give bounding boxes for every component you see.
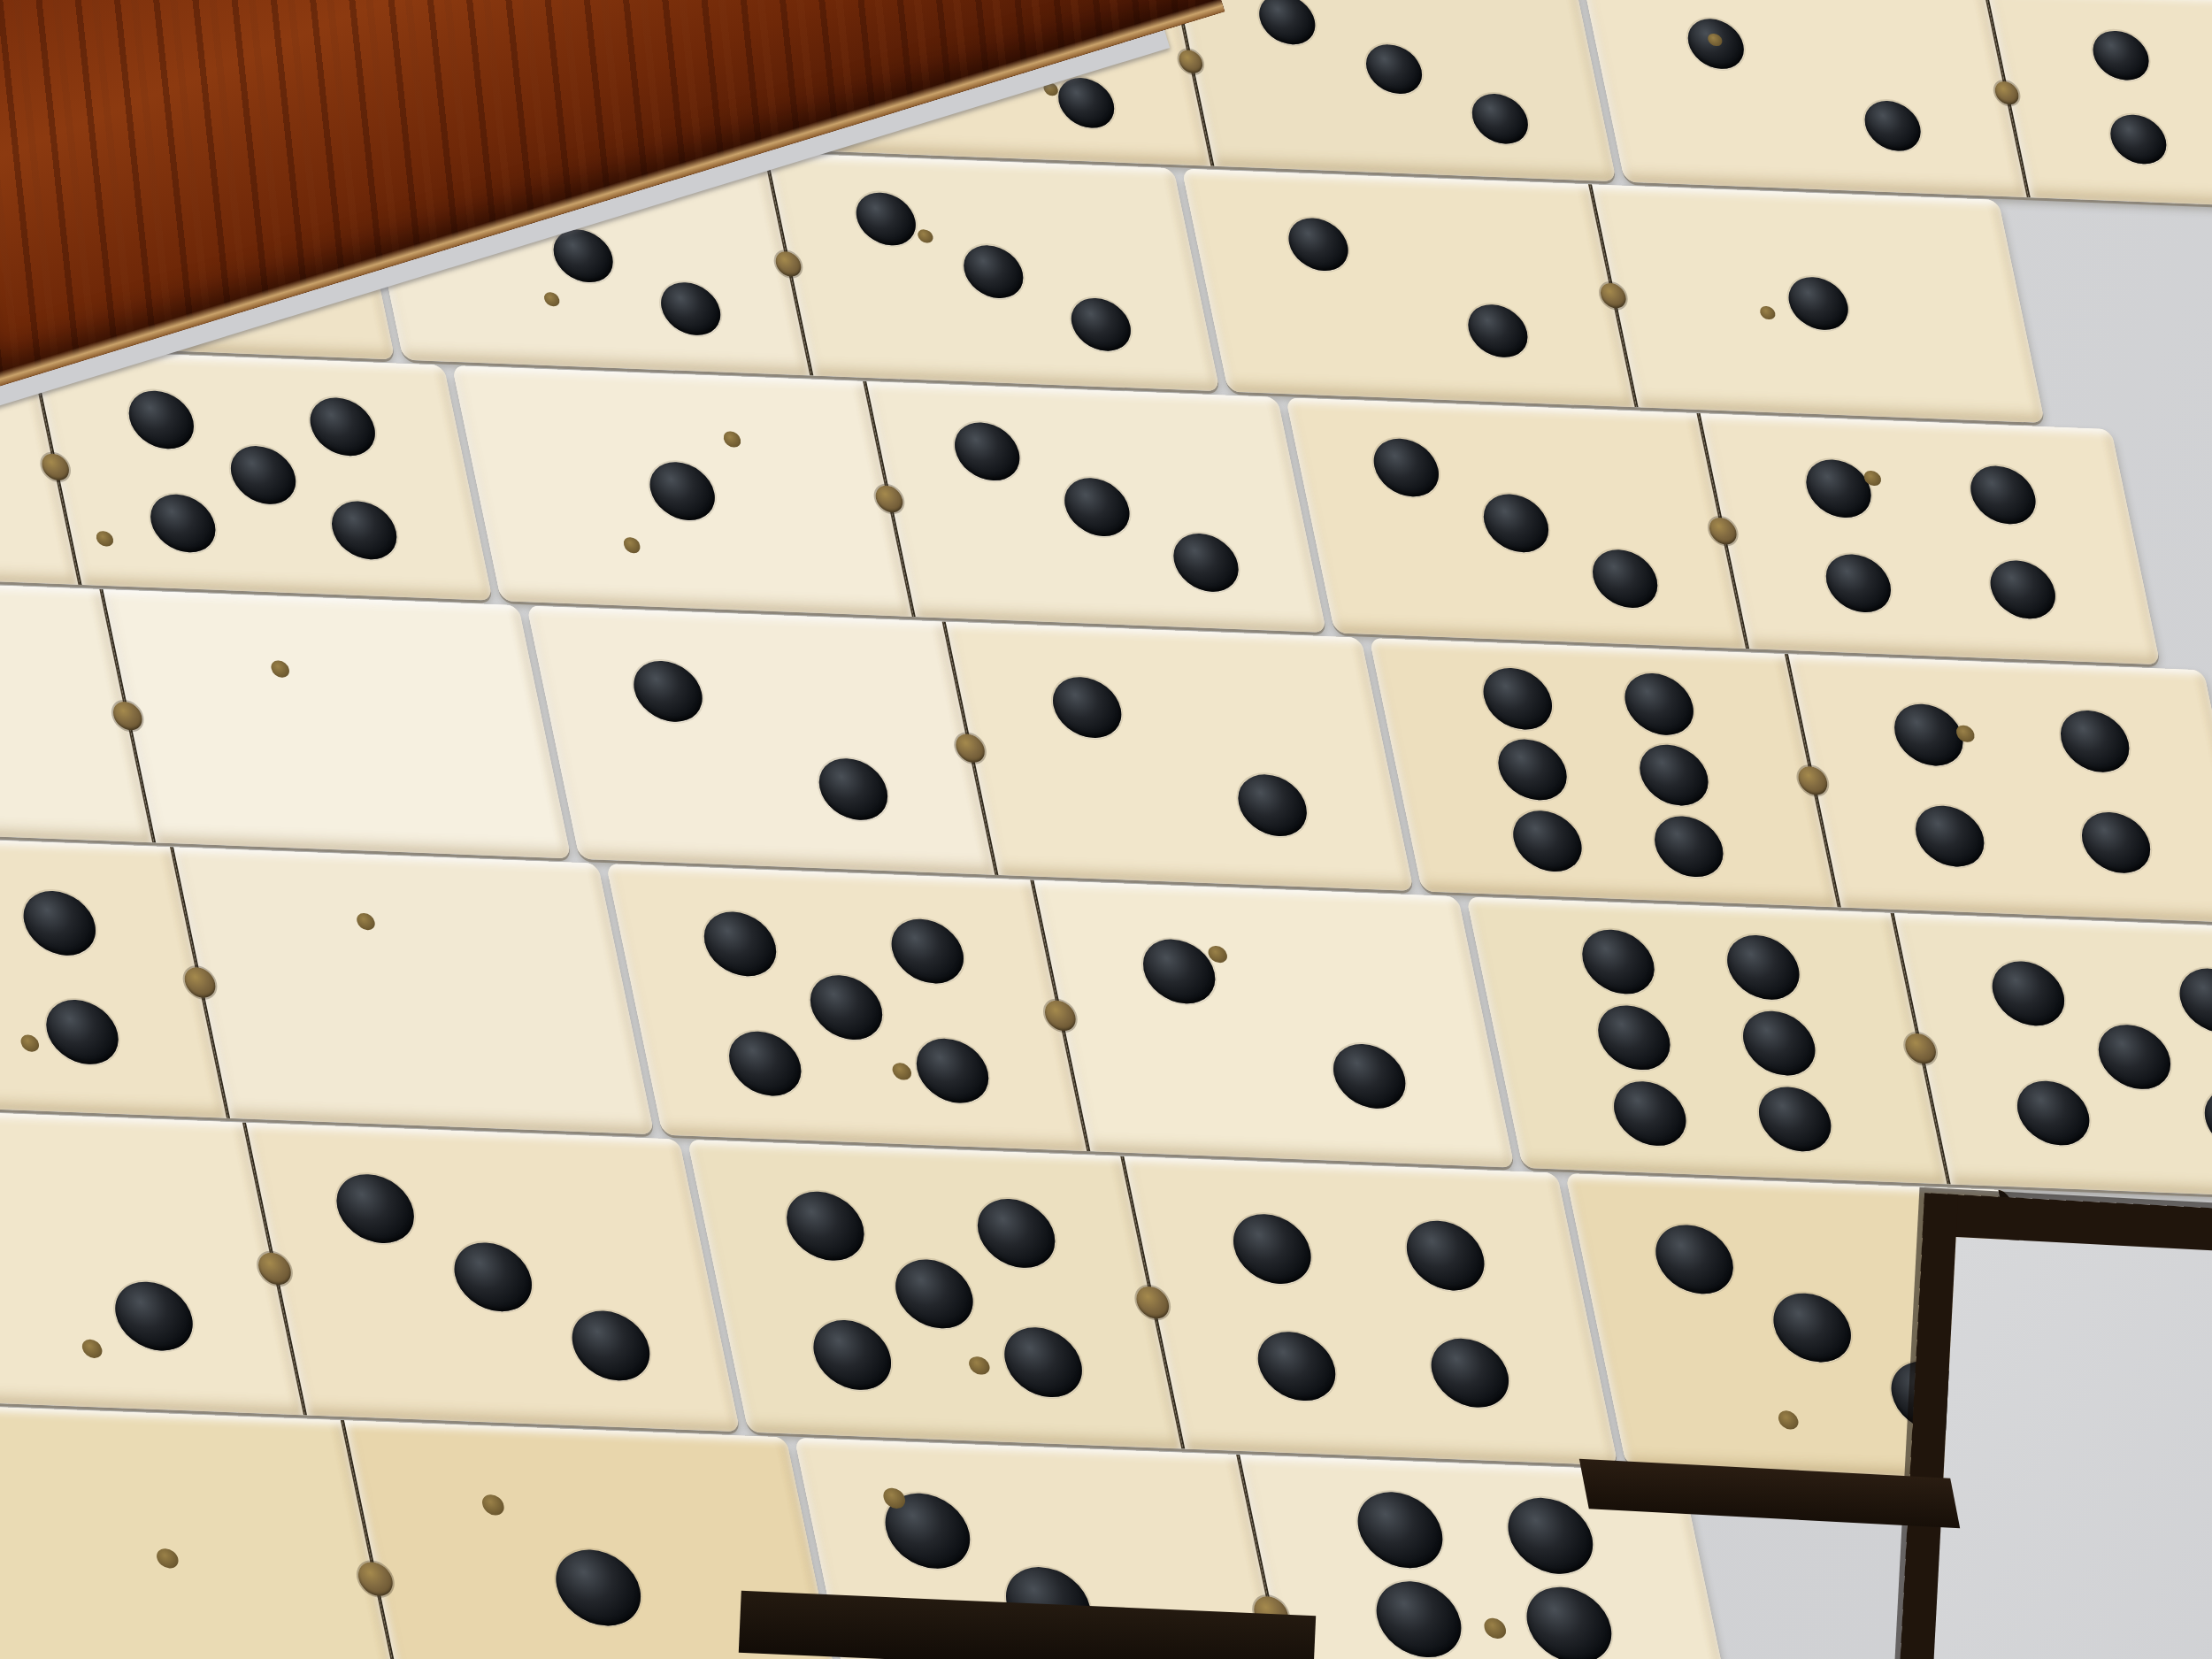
- domino-2-4[interactable]: [1581, 0, 2212, 213]
- pip-icon: [18, 890, 102, 957]
- domino-half-right-0: [101, 589, 572, 859]
- pip-icon: [1463, 303, 1532, 358]
- pip-icon: [124, 389, 200, 449]
- brass-dot-icon: [543, 292, 561, 307]
- brass-dot-icon: [881, 1487, 907, 1509]
- domino-half-left-5: [606, 864, 1089, 1151]
- pip-icon: [2011, 1079, 2095, 1147]
- pip-icon: [1059, 477, 1135, 537]
- pip-icon: [1737, 1010, 1821, 1077]
- pip-icon: [1985, 559, 2061, 619]
- pip-icon: [330, 1172, 420, 1244]
- brass-dot-icon: [967, 1356, 991, 1376]
- brass-dot-icon: [270, 661, 291, 678]
- pip-icon: [1609, 1080, 1693, 1148]
- pip-icon: [998, 1326, 1088, 1398]
- pip-icon: [1649, 1224, 1740, 1295]
- domino-half-right-3: [1169, 0, 1617, 181]
- pip-icon: [971, 1197, 1061, 1269]
- pip-icon: [1067, 297, 1136, 352]
- pip-icon: [1401, 1219, 1491, 1291]
- pip-icon: [813, 757, 893, 821]
- pip-icon: [145, 493, 221, 553]
- brass-dot-icon: [155, 1548, 180, 1569]
- domino-half-left-1: [452, 365, 914, 617]
- pip-icon: [1860, 100, 1925, 152]
- pip-icon: [1255, 0, 1320, 45]
- pip-icon: [1910, 804, 1990, 868]
- pip-icon: [1351, 1491, 1450, 1570]
- brass-dot-icon: [1207, 946, 1229, 964]
- domino-0-0[interactable]: [0, 573, 572, 859]
- pip-icon: [2055, 710, 2134, 773]
- domino-half-left-2: [526, 605, 997, 875]
- brass-dot-icon: [95, 531, 114, 547]
- pip-icon: [1284, 217, 1353, 272]
- domino-half-right-1: [1590, 184, 2045, 423]
- pip-icon: [807, 1319, 897, 1391]
- brass-dot-icon: [19, 1034, 41, 1052]
- domino-half-right-4: [1698, 413, 2160, 664]
- pip-icon: [1168, 533, 1244, 593]
- pip-icon: [1368, 437, 1444, 497]
- pip-icon: [1721, 933, 1805, 1001]
- domino-2-2[interactable]: [526, 605, 1414, 891]
- pip-icon: [1227, 1213, 1317, 1285]
- domino-3-4[interactable]: [1286, 397, 2161, 664]
- pip-icon: [549, 1548, 648, 1627]
- pip-icon: [698, 910, 782, 978]
- pip-icon: [910, 1037, 995, 1104]
- pip-icon: [949, 421, 1025, 481]
- domino-half-left-3: [1286, 397, 1747, 649]
- table-background-notch: [1898, 1193, 2212, 1659]
- domino-6-4[interactable]: [1369, 638, 2212, 924]
- domino-half-right-2: [1032, 880, 1515, 1168]
- pip-icon: [1587, 549, 1663, 609]
- domino-1-3[interactable]: [452, 365, 1327, 633]
- brass-dot-icon: [917, 229, 934, 244]
- domino-half-right-2: [944, 621, 1415, 891]
- pip-icon: [225, 445, 301, 505]
- pip-icon: [549, 228, 618, 283]
- pip-icon: [326, 500, 403, 560]
- pip-icon: [2076, 810, 2155, 874]
- pip-icon: [1501, 1496, 1600, 1575]
- domino-2-1[interactable]: [1181, 168, 2045, 423]
- pip-icon: [1508, 809, 1587, 872]
- dominoes-photo-scene: [0, 0, 2212, 1659]
- pip-icon: [2093, 1024, 2177, 1091]
- pip-icon: [2198, 1087, 2212, 1154]
- pip-icon: [1493, 738, 1572, 802]
- domino-4-0[interactable]: [0, 831, 655, 1135]
- domino-half-right-3: [244, 1123, 741, 1432]
- pip-icon: [1577, 928, 1661, 995]
- pip-icon: [1467, 93, 1532, 145]
- pip-icon: [628, 659, 708, 723]
- domino-5-2[interactable]: [606, 864, 1515, 1168]
- pip-icon: [644, 461, 720, 521]
- domino-half-right-3: [864, 381, 1326, 633]
- domino-half-right-4: [1122, 1156, 1618, 1466]
- brass-dot-icon: [722, 431, 741, 447]
- pip-icon: [724, 1030, 808, 1097]
- pip-icon: [1801, 458, 1877, 518]
- domino-half-right-3: [765, 152, 1220, 391]
- domino-half-left-2: [1581, 0, 2029, 197]
- pip-icon: [804, 974, 888, 1041]
- pip-icon: [0, 1168, 4, 1240]
- brass-dot-icon: [1482, 1617, 1508, 1639]
- pip-icon: [1370, 1579, 1469, 1658]
- pip-icon: [1753, 1086, 1837, 1153]
- pip-icon: [1251, 1330, 1341, 1402]
- domino-half-left-6: [1466, 896, 1949, 1184]
- brass-dot-icon: [1759, 305, 1777, 320]
- domino-half-left-6: [1369, 638, 1839, 908]
- brass-dot-icon: [355, 913, 377, 931]
- pip-icon: [1634, 743, 1714, 807]
- domino-half-left-5: [687, 1140, 1184, 1449]
- pip-icon: [1047, 676, 1126, 740]
- brass-dot-icon: [1777, 1410, 1801, 1430]
- pip-icon: [1784, 276, 1853, 331]
- domino-half-right-5: [31, 349, 493, 601]
- pip-icon: [1965, 465, 2041, 525]
- brass-dot-icon: [622, 537, 641, 553]
- pip-icon: [1327, 1042, 1411, 1110]
- pip-icon: [1820, 553, 1896, 613]
- pip-icon: [1619, 672, 1699, 736]
- pip-icon: [885, 918, 969, 985]
- domino-6-5[interactable]: [1466, 896, 2212, 1201]
- pip-icon: [851, 191, 920, 246]
- brass-dot-icon: [891, 1063, 913, 1080]
- domino-5-4[interactable]: [687, 1140, 1618, 1466]
- pip-icon: [657, 281, 726, 336]
- pip-icon: [1361, 43, 1426, 96]
- pip-icon: [565, 1310, 656, 1381]
- pip-icon: [1767, 1292, 1857, 1363]
- pip-icon: [109, 1280, 199, 1352]
- brass-dot-icon: [81, 1340, 104, 1359]
- pip-icon: [780, 1190, 871, 1262]
- pip-icon: [1053, 77, 1118, 129]
- pip-icon: [1425, 1337, 1515, 1409]
- pip-icon: [304, 396, 380, 457]
- pip-icon: [889, 1258, 979, 1330]
- pip-icon: [959, 244, 1028, 299]
- pip-icon: [1519, 1586, 1618, 1659]
- domino-half-right-0: [172, 847, 655, 1134]
- pip-icon: [2088, 29, 2154, 81]
- pip-icon: [2105, 113, 2170, 165]
- pip-icon: [1478, 667, 1557, 731]
- pip-icon: [1478, 493, 1554, 553]
- domino-half-right-4: [1786, 654, 2212, 924]
- domino-0-1[interactable]: [0, 1403, 853, 1659]
- pip-icon: [448, 1241, 538, 1313]
- domino-half-left-2: [1181, 168, 1636, 407]
- domino-2-3[interactable]: [0, 1106, 741, 1432]
- pip-icon: [1593, 1004, 1677, 1071]
- pip-icon: [1233, 773, 1312, 837]
- pip-icon: [40, 998, 124, 1065]
- brass-dot-icon: [480, 1494, 506, 1516]
- pip-icon: [1986, 960, 2070, 1027]
- pip-icon: [1648, 815, 1728, 879]
- pip-icon: [2173, 967, 2212, 1034]
